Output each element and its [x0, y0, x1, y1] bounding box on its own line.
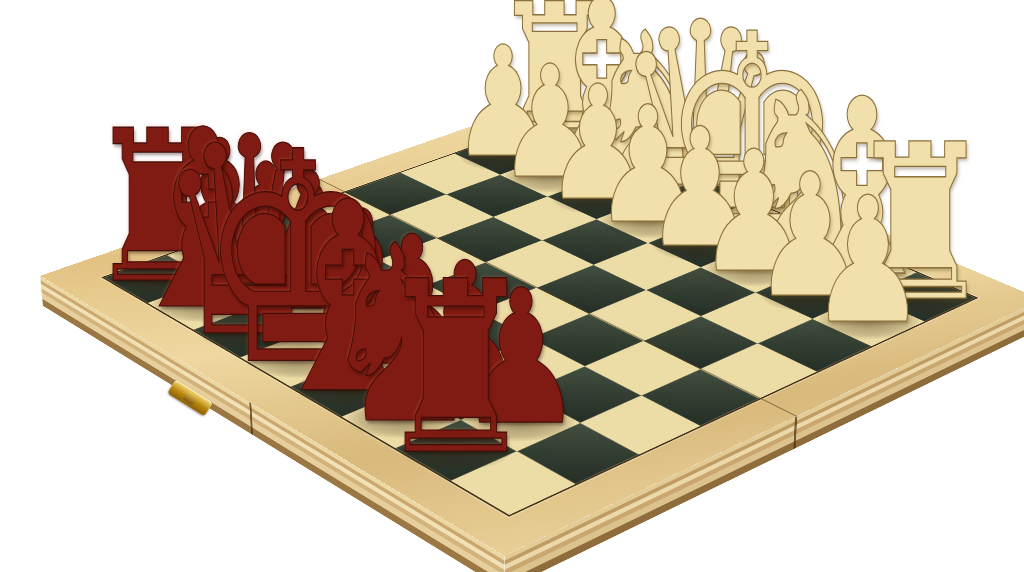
board-perspective-wrapper	[0, 0, 1024, 572]
board-grid	[104, 117, 975, 515]
fold-seam-front-edge	[249, 402, 253, 435]
fold-seam-right-edge	[793, 416, 797, 449]
product-photo-scene: ♜♝♞♛♚♞♝♜♟♟♟♟♟♟♟♟♜♝♛♚♝♞♜♟♟♟♟♟♟♟	[0, 0, 1024, 572]
square-h1[interactable]	[865, 272, 975, 321]
folding-chessboard	[40, 96, 1024, 556]
